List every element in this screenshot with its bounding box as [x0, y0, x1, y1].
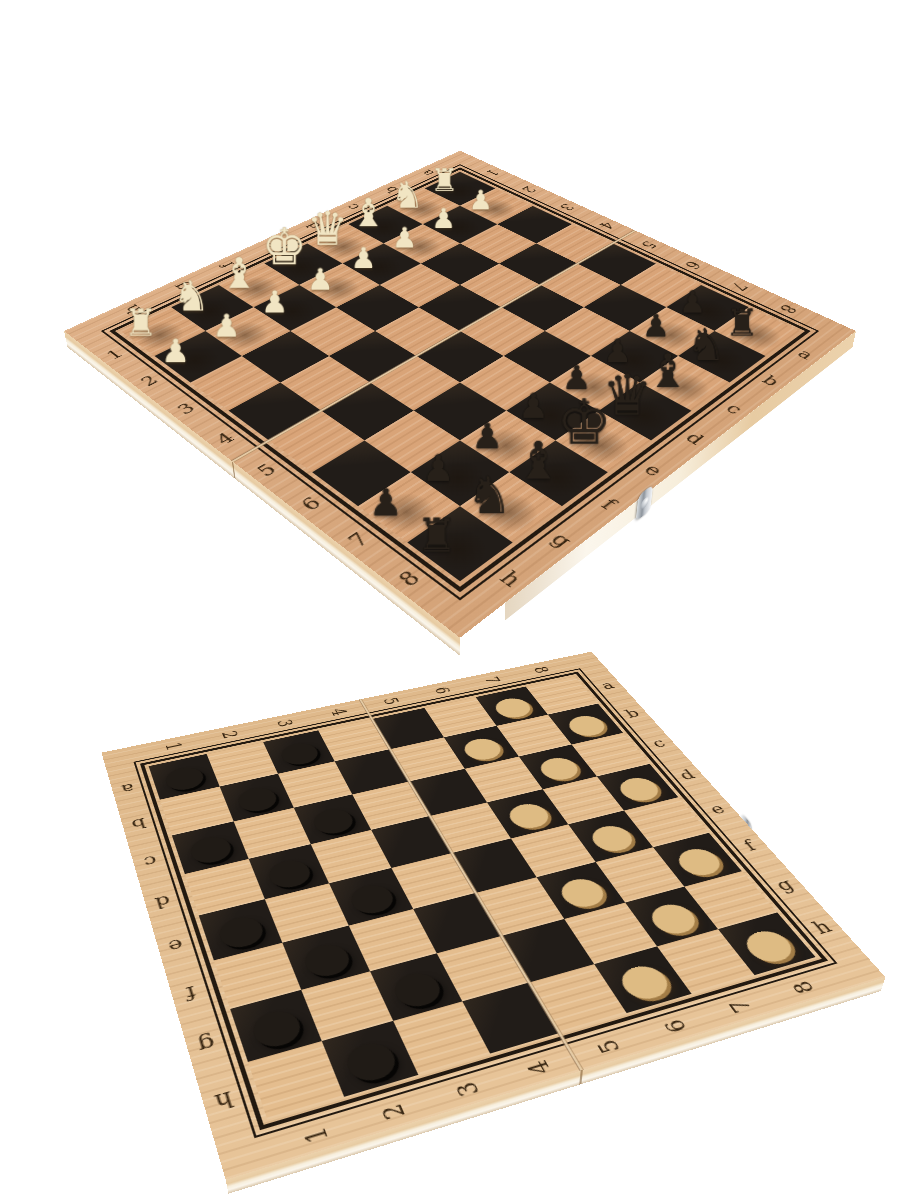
checkers-file-label-near-c: c: [648, 736, 668, 750]
chess-file-label-near-e: e: [639, 460, 667, 480]
checkers-rank-label-near-8: 8: [786, 978, 819, 996]
chess-frame: ♜♟♟♜♞♟♟♞♝♟♟♝♛♟♟♛♚♟♟♚♝♟♟♝♞♟♟♞♜♟♟♜12345678…: [64, 151, 856, 638]
chess-rank-label-near-2: 2: [136, 372, 162, 389]
black-rook-h8: ♜: [399, 512, 475, 559]
chess-file-label-near-g: g: [546, 529, 578, 552]
checkers-board-surface: ●●●●●●●●●●●●●●●●●●●●●●●●1234567812345678…: [101, 652, 885, 1180]
chess-rank-label-near-5: 5: [252, 460, 281, 480]
checkers-file-label-far-c: c: [142, 852, 159, 870]
checkers-rank-label-near-4: 4: [521, 1057, 555, 1078]
chess-rank-label-far-1: 1: [482, 168, 503, 178]
checkers-file-label-far-b: b: [130, 815, 148, 832]
chess-fold-seam-edge: [232, 461, 236, 479]
checkers-file-label-far-h: h: [212, 1086, 236, 1114]
checkers-fold-seam-edge: [579, 1070, 583, 1085]
checkers-file-label-near-a: a: [598, 679, 617, 692]
checkers-rank-label-near-6: 6: [658, 1016, 692, 1035]
chess-rank-label-far-7: 7: [726, 280, 752, 293]
checkers-file-label-near-h: h: [808, 916, 836, 937]
chess-rank-label-far-2: 2: [518, 184, 540, 194]
chess-file-label-near-f: f: [596, 495, 621, 513]
chess-file-label-near-b: b: [758, 372, 784, 389]
chess-rank-label-near-7: 7: [343, 529, 375, 552]
checkers-rank-label-near-3: 3: [450, 1078, 485, 1099]
checkers-file-label-near-d: d: [675, 767, 698, 783]
checkers-rank-label-far-3: 3: [272, 718, 296, 729]
checkers-rank-label-near-1: 1: [298, 1123, 334, 1146]
chess-rank-label-far-3: 3: [555, 202, 578, 213]
checkers-frame: ●●●●●●●●●●●●●●●●●●●●●●●●1234567812345678…: [101, 652, 885, 1180]
checkers-file-label-far-e: e: [166, 934, 186, 955]
checkers-file-label-far-a: a: [120, 780, 136, 796]
checkers-file-label-near-b: b: [622, 706, 643, 720]
checkers-square-f5: [476, 877, 564, 936]
chess-rank-label-far-8: 8: [775, 302, 802, 316]
chess-file-label-near-h: h: [494, 567, 527, 592]
checkers-file-label-far-f: f: [183, 982, 198, 1004]
checkers-rank-label-far-8: 8: [529, 665, 553, 675]
chess-rank-label-far-4: 4: [595, 220, 619, 232]
chess-clasp-knob: [640, 495, 649, 511]
checkers-rank-label-far-4: 4: [326, 707, 350, 718]
checkers-rank-label-far-1: 1: [160, 741, 185, 752]
checkers-rank-label-far-2: 2: [217, 729, 242, 740]
chess-rank-label-near-6: 6: [296, 493, 326, 514]
chess-rank-label-far-6: 6: [680, 259, 705, 272]
checkers-file-label-far-d: d: [153, 891, 173, 911]
product-photo-scene: ♜♟♟♜♞♟♟♞♝♟♟♝♛♟♟♛♚♟♟♚♝♟♟♝♞♟♟♞♜♟♟♜12345678…: [0, 0, 900, 1200]
chess-rank-label-near-1: 1: [102, 347, 127, 363]
checkers-file-label-far-g: g: [195, 1031, 218, 1056]
chess-rank-label-near-4: 4: [211, 429, 239, 448]
checkers-rank-label-far-5: 5: [378, 696, 402, 706]
chess-rank-label-near-8: 8: [393, 567, 426, 592]
chess-rank-label-near-3: 3: [173, 400, 200, 418]
chess-file-label-near-d: d: [681, 429, 709, 448]
checkers-rank-label-near-2: 2: [375, 1100, 410, 1122]
chess-grid: ♜♟♟♜♞♟♟♞♝♟♟♝♛♟♟♛♚♟♟♚♝♟♟♝♞♟♟♞♜♟♟♜: [121, 172, 800, 582]
chess-board-surface: ♜♟♟♜♞♟♟♞♝♟♟♝♛♟♟♛♚♟♟♚♝♟♟♝♞♟♟♞♜♟♟♜12345678…: [64, 151, 856, 638]
chess-square-e5: [416, 331, 503, 383]
checkers-square-a8: [526, 676, 598, 714]
checkers-file-label-near-g: g: [771, 875, 798, 894]
checkers-square-e3: ●: [329, 868, 413, 926]
chess-file-label-near-a: a: [793, 347, 817, 362]
chess-rank-label-far-5: 5: [637, 239, 661, 251]
checkers-rank-label-near-5: 5: [591, 1036, 625, 1056]
black-man-e3: ●: [329, 868, 413, 926]
checkers-rank-label-far-6: 6: [430, 685, 454, 695]
checkers-rank-label-far-7: 7: [480, 675, 504, 685]
checkers-file-label-near-e: e: [705, 801, 728, 818]
checkers-rank-label-near-7: 7: [723, 997, 756, 1016]
chess-file-label-near-c: c: [721, 400, 746, 417]
checkers-file-label-near-f: f: [739, 837, 759, 854]
checkers-grid: ●●●●●●●●●●●●●●●●●●●●●●●●: [149, 676, 816, 1119]
white-pawn-h2: ♟: [144, 335, 206, 367]
